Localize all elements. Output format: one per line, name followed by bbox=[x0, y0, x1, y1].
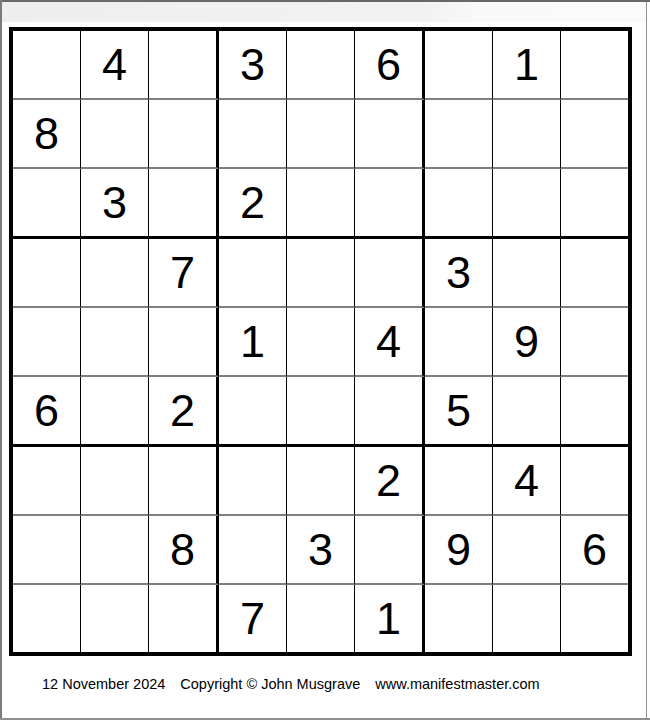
cell-r6c6[interactable] bbox=[355, 377, 425, 447]
puzzle-date: 12 November 2024 bbox=[42, 676, 165, 692]
cell-r2c9[interactable] bbox=[561, 100, 628, 169]
cell-r3c5[interactable] bbox=[287, 169, 355, 239]
cell-r6c4[interactable] bbox=[219, 377, 287, 447]
cell-r2c2[interactable] bbox=[81, 100, 149, 169]
cell-r5c2[interactable] bbox=[81, 308, 149, 377]
cell-r8c6[interactable] bbox=[355, 516, 425, 585]
cell-r4c1[interactable] bbox=[13, 239, 81, 308]
cell-r8c5[interactable]: 3 bbox=[287, 516, 355, 585]
cell-r3c1[interactable] bbox=[13, 169, 81, 239]
cell-r9c3[interactable] bbox=[149, 585, 219, 652]
cell-r2c4[interactable] bbox=[219, 100, 287, 169]
cell-r8c3[interactable]: 8 bbox=[149, 516, 219, 585]
cell-r3c6[interactable] bbox=[355, 169, 425, 239]
cell-r7c1[interactable] bbox=[13, 447, 81, 516]
cell-r7c2[interactable] bbox=[81, 447, 149, 516]
cell-r4c5[interactable] bbox=[287, 239, 355, 308]
cell-r8c7[interactable]: 9 bbox=[425, 516, 493, 585]
cell-r5c5[interactable] bbox=[287, 308, 355, 377]
cell-r4c4[interactable] bbox=[219, 239, 287, 308]
cell-r2c5[interactable] bbox=[287, 100, 355, 169]
cell-r1c7[interactable] bbox=[425, 31, 493, 100]
cell-r3c8[interactable] bbox=[493, 169, 561, 239]
cell-r2c8[interactable] bbox=[493, 100, 561, 169]
cell-r6c8[interactable] bbox=[493, 377, 561, 447]
cell-r1c3[interactable] bbox=[149, 31, 219, 100]
cell-r4c2[interactable] bbox=[81, 239, 149, 308]
cell-r7c7[interactable] bbox=[425, 447, 493, 516]
cell-r6c2[interactable] bbox=[81, 377, 149, 447]
cell-r5c4[interactable]: 1 bbox=[219, 308, 287, 377]
cell-r7c4[interactable] bbox=[219, 447, 287, 516]
cell-r3c4[interactable]: 2 bbox=[219, 169, 287, 239]
cell-r6c3[interactable]: 2 bbox=[149, 377, 219, 447]
cell-r8c9[interactable]: 6 bbox=[561, 516, 628, 585]
cell-r1c1[interactable] bbox=[13, 31, 81, 100]
cell-r1c4[interactable]: 3 bbox=[219, 31, 287, 100]
cell-r4c8[interactable] bbox=[493, 239, 561, 308]
cell-r9c8[interactable] bbox=[493, 585, 561, 652]
website-url: www.manifestmaster.com bbox=[375, 676, 539, 692]
cell-r9c6[interactable]: 1 bbox=[355, 585, 425, 652]
cell-r3c3[interactable] bbox=[149, 169, 219, 239]
cell-r7c8[interactable]: 4 bbox=[493, 447, 561, 516]
cell-r5c1[interactable] bbox=[13, 308, 81, 377]
cell-r1c2[interactable]: 4 bbox=[81, 31, 149, 100]
cell-r2c6[interactable] bbox=[355, 100, 425, 169]
cell-r3c2[interactable]: 3 bbox=[81, 169, 149, 239]
cell-r5c6[interactable]: 4 bbox=[355, 308, 425, 377]
cell-r4c6[interactable] bbox=[355, 239, 425, 308]
cell-r7c9[interactable] bbox=[561, 447, 628, 516]
cell-r1c5[interactable] bbox=[287, 31, 355, 100]
cell-r2c1[interactable]: 8 bbox=[13, 100, 81, 169]
cell-r4c7[interactable]: 3 bbox=[425, 239, 493, 308]
cell-r4c9[interactable] bbox=[561, 239, 628, 308]
cell-r1c8[interactable]: 1 bbox=[493, 31, 561, 100]
cell-r8c1[interactable] bbox=[13, 516, 81, 585]
cell-r9c1[interactable] bbox=[13, 585, 81, 652]
cell-r2c3[interactable] bbox=[149, 100, 219, 169]
cell-r5c8[interactable]: 9 bbox=[493, 308, 561, 377]
cell-r4c3[interactable]: 7 bbox=[149, 239, 219, 308]
cell-r7c5[interactable] bbox=[287, 447, 355, 516]
cell-r5c9[interactable] bbox=[561, 308, 628, 377]
cell-r8c8[interactable] bbox=[493, 516, 561, 585]
cell-r8c4[interactable] bbox=[219, 516, 287, 585]
cell-r1c9[interactable] bbox=[561, 31, 628, 100]
cell-r7c6[interactable]: 2 bbox=[355, 447, 425, 516]
cell-r9c9[interactable] bbox=[561, 585, 628, 652]
image-frame-right-line bbox=[646, 2, 647, 718]
cell-r5c3[interactable] bbox=[149, 308, 219, 377]
cell-r6c7[interactable]: 5 bbox=[425, 377, 493, 447]
cell-r9c5[interactable] bbox=[287, 585, 355, 652]
copyright-text: Copyright © John Musgrave bbox=[180, 676, 360, 692]
cell-r3c7[interactable] bbox=[425, 169, 493, 239]
image-frame-left-line bbox=[0, 0, 2, 720]
footer-caption: 12 November 2024 Copyright © John Musgra… bbox=[42, 676, 540, 692]
cell-r6c1[interactable]: 6 bbox=[13, 377, 81, 447]
cell-r6c5[interactable] bbox=[287, 377, 355, 447]
cell-r9c7[interactable] bbox=[425, 585, 493, 652]
window-top-strip bbox=[2, 2, 646, 22]
cell-r5c7[interactable] bbox=[425, 308, 493, 377]
cell-r7c3[interactable] bbox=[149, 447, 219, 516]
cell-r9c2[interactable] bbox=[81, 585, 149, 652]
cell-r8c2[interactable] bbox=[81, 516, 149, 585]
cell-r6c9[interactable] bbox=[561, 377, 628, 447]
cell-r2c7[interactable] bbox=[425, 100, 493, 169]
cell-r3c9[interactable] bbox=[561, 169, 628, 239]
sudoku-board: 43618327314962524839671 bbox=[9, 27, 632, 656]
cell-r1c6[interactable]: 6 bbox=[355, 31, 425, 100]
cell-r9c4[interactable]: 7 bbox=[219, 585, 287, 652]
